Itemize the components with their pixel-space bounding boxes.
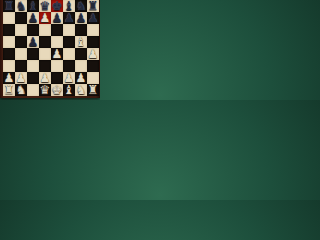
square-a4[interactable] bbox=[3, 48, 15, 60]
piece-white-knight-g1[interactable]: ♞ bbox=[75, 84, 87, 96]
piece-black-rook-a8[interactable]: ♜ bbox=[3, 0, 15, 12]
square-f1[interactable]: ♝ bbox=[63, 84, 75, 96]
square-d7[interactable]: ♟ bbox=[39, 12, 51, 24]
square-g7[interactable]: ♟ bbox=[75, 12, 87, 24]
chess-app-window: { "game": "chess", "position": { "fen": … bbox=[0, 0, 100, 100]
square-h1[interactable]: ♜ bbox=[87, 84, 99, 96]
square-e7[interactable]: ♟ bbox=[51, 12, 63, 24]
square-b7[interactable] bbox=[15, 12, 27, 24]
chess-board[interactable]: ♜♞♝♛♚♝♞♜♟♟♟♟♟♟♟♝♟♟♟♟♟♟♟♜♞♛♚♝♞♜ bbox=[3, 0, 99, 96]
piece-black-pawn-h7[interactable]: ♟ bbox=[87, 12, 99, 24]
square-a8[interactable]: ♜ bbox=[3, 0, 15, 12]
square-b1[interactable]: ♞ bbox=[15, 84, 27, 96]
table-felt bbox=[0, 98, 100, 100]
square-e6[interactable] bbox=[51, 24, 63, 36]
square-g1[interactable]: ♞ bbox=[75, 84, 87, 96]
piece-black-pawn-g7[interactable]: ♟ bbox=[75, 12, 87, 24]
square-c1[interactable] bbox=[27, 84, 39, 96]
piece-black-pawn-c7[interactable]: ♟ bbox=[27, 12, 39, 24]
square-f4[interactable] bbox=[63, 48, 75, 60]
square-g5[interactable]: ♝ bbox=[75, 36, 87, 48]
piece-black-pawn-e7[interactable]: ♟ bbox=[51, 12, 63, 24]
square-f6[interactable] bbox=[63, 24, 75, 36]
square-g4[interactable] bbox=[75, 48, 87, 60]
square-b5[interactable] bbox=[15, 36, 27, 48]
piece-black-pawn-f7[interactable]: ♟ bbox=[63, 12, 75, 24]
piece-black-pawn-c5[interactable]: ♟ bbox=[27, 36, 39, 48]
square-a6[interactable] bbox=[3, 24, 15, 36]
square-c5[interactable]: ♟ bbox=[27, 36, 39, 48]
square-e1[interactable]: ♚ bbox=[51, 84, 63, 96]
square-d4[interactable] bbox=[39, 48, 51, 60]
square-b8[interactable]: ♞ bbox=[15, 0, 27, 12]
piece-white-king-e1[interactable]: ♚ bbox=[51, 84, 63, 96]
square-e3[interactable] bbox=[51, 60, 63, 72]
square-f5[interactable] bbox=[63, 36, 75, 48]
piece-white-bishop-g5[interactable]: ♝ bbox=[75, 36, 87, 48]
square-h3[interactable] bbox=[87, 60, 99, 72]
piece-white-pawn-d7[interactable]: ♟ bbox=[39, 12, 51, 24]
piece-white-pawn-e4[interactable]: ♟ bbox=[51, 48, 63, 60]
piece-white-pawn-h4[interactable]: ♟ bbox=[87, 48, 99, 60]
square-b4[interactable] bbox=[15, 48, 27, 60]
piece-white-knight-b1[interactable]: ♞ bbox=[15, 84, 27, 96]
square-d5[interactable] bbox=[39, 36, 51, 48]
piece-black-knight-b8[interactable]: ♞ bbox=[15, 0, 27, 12]
piece-white-rook-a1[interactable]: ♜ bbox=[3, 84, 15, 96]
square-h7[interactable]: ♟ bbox=[87, 12, 99, 24]
square-f7[interactable]: ♟ bbox=[63, 12, 75, 24]
square-a7[interactable] bbox=[3, 12, 15, 24]
square-c2[interactable] bbox=[27, 72, 39, 84]
square-c4[interactable] bbox=[27, 48, 39, 60]
square-c3[interactable] bbox=[27, 60, 39, 72]
piece-white-rook-h1[interactable]: ♜ bbox=[87, 84, 99, 96]
piece-white-bishop-f1[interactable]: ♝ bbox=[63, 84, 75, 96]
square-a1[interactable]: ♜ bbox=[3, 84, 15, 96]
square-e4[interactable]: ♟ bbox=[51, 48, 63, 60]
square-b6[interactable] bbox=[15, 24, 27, 36]
square-a5[interactable] bbox=[3, 36, 15, 48]
square-d6[interactable] bbox=[39, 24, 51, 36]
square-h6[interactable] bbox=[87, 24, 99, 36]
square-c7[interactable]: ♟ bbox=[27, 12, 39, 24]
piece-white-queen-d1[interactable]: ♛ bbox=[39, 84, 51, 96]
square-d1[interactable]: ♛ bbox=[39, 84, 51, 96]
square-h4[interactable]: ♟ bbox=[87, 48, 99, 60]
